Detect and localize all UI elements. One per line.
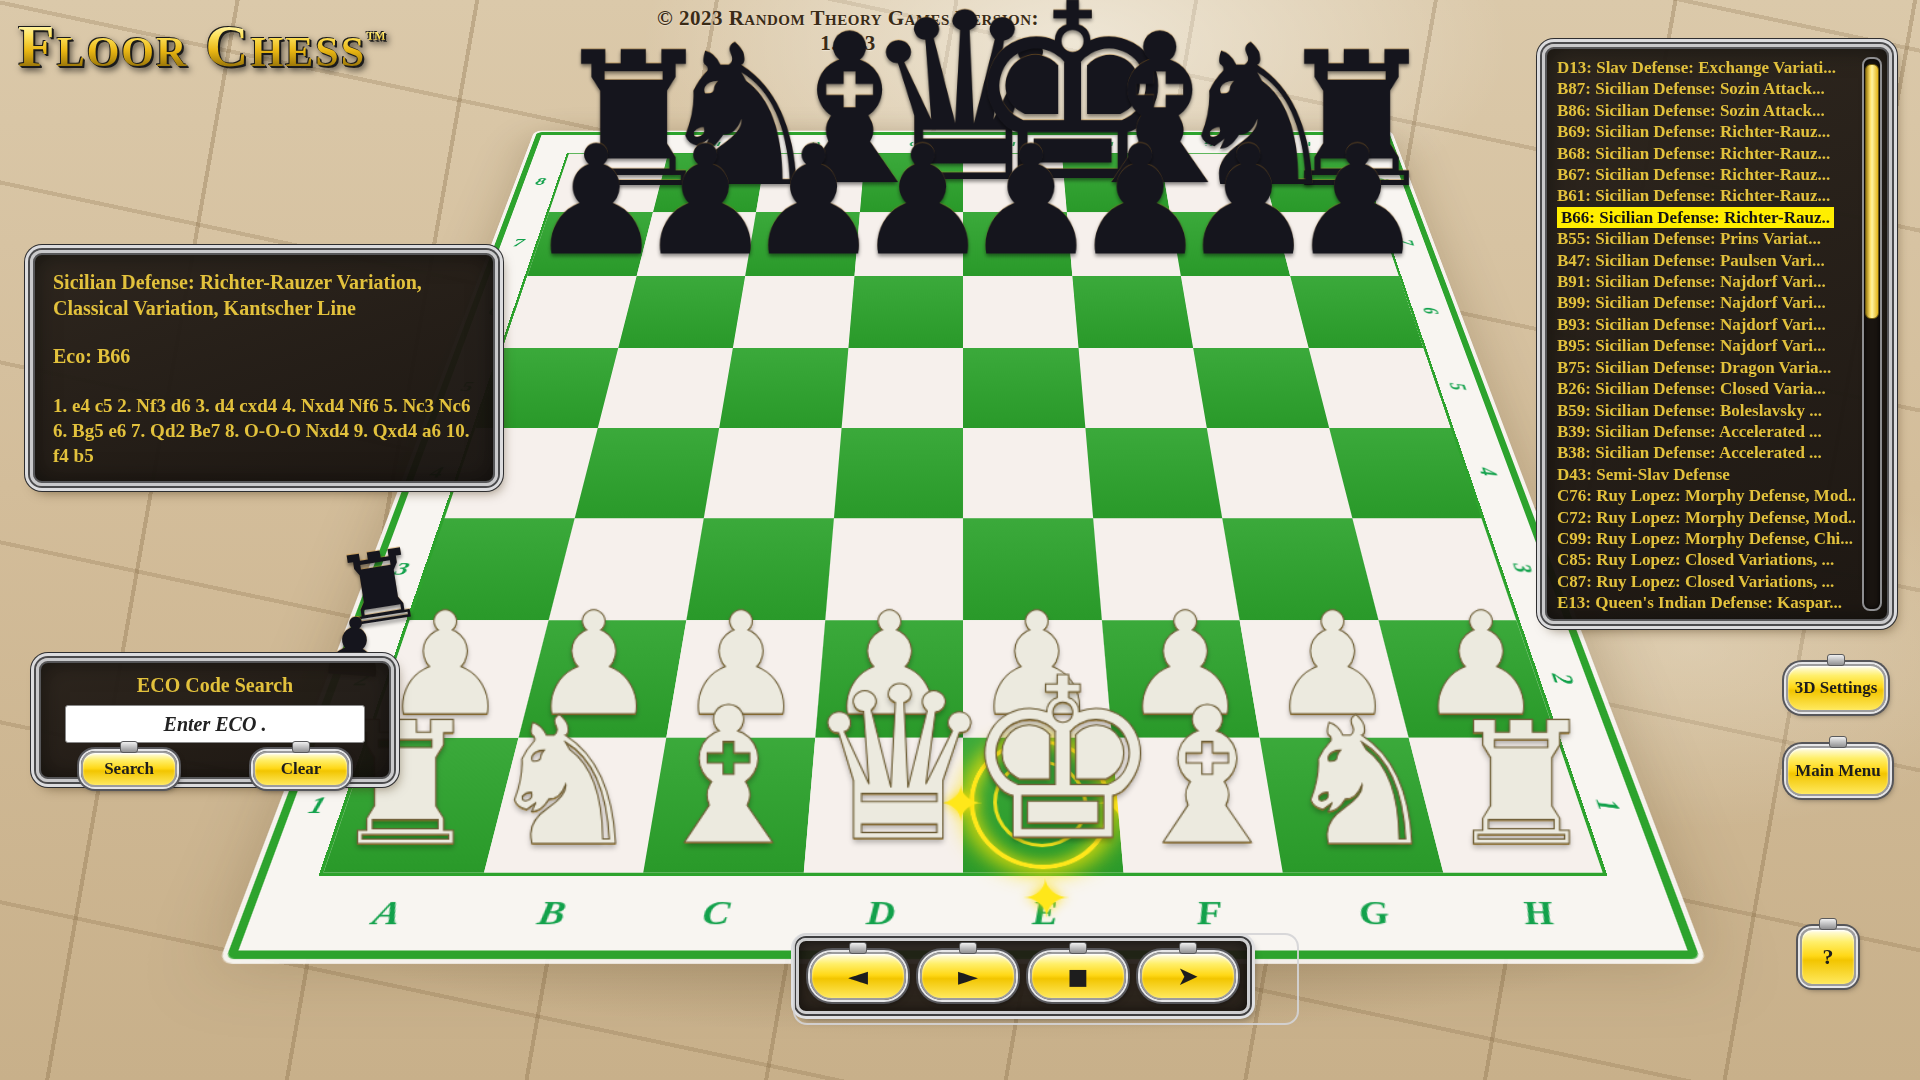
app-logo: Floor Chess™ [18, 16, 386, 76]
scrollbar-track[interactable] [1862, 57, 1882, 611]
help-button[interactable]: ? [1800, 928, 1856, 986]
3d-settings-button[interactable]: 3D Settings [1786, 664, 1886, 712]
square-g7[interactable]: ♟ [1170, 212, 1290, 276]
eco-list-item[interactable]: B91: Sicilian Defense: Najdorf Vari... [1557, 271, 1855, 292]
move-playback-bar: ◄►◼➤ [796, 938, 1250, 1014]
rank-label: 5 [1392, 375, 1527, 397]
square-g5[interactable] [1193, 348, 1329, 428]
opening-eco-code: Eco: B66 [53, 343, 475, 369]
white-knight[interactable]: ♞ [1282, 699, 1441, 867]
square-h4[interactable] [1329, 428, 1482, 518]
file-label: G [1158, 138, 1259, 151]
eco-search-title: ECO Code Search [39, 673, 391, 697]
square-b4[interactable] [574, 428, 719, 518]
square-a7[interactable]: ♟ [527, 212, 652, 276]
black-pawn[interactable]: ♟ [746, 129, 855, 273]
file-label: C [765, 138, 865, 151]
eco-openings-list: D13: Slav Defense: Exchange Variati...B8… [1557, 57, 1855, 614]
opening-info-panel: Sicilian Defense: Richter-Rauzer Variati… [30, 250, 498, 486]
eco-list-item[interactable]: B61: Sicilian Defense: Richter-Rauz... [1557, 185, 1855, 206]
eco-list-item[interactable]: B47: Sicilian Defense: Paulsen Vari... [1557, 250, 1855, 271]
black-pawn[interactable]: ♟ [1289, 129, 1398, 273]
eco-list-item[interactable]: B55: Sicilian Defense: Prins Variat... [1557, 228, 1855, 249]
square-g4[interactable] [1207, 428, 1352, 518]
black-pawn[interactable]: ♟ [637, 129, 746, 273]
square-c5[interactable] [719, 348, 848, 428]
eco-list-item[interactable]: B67: Sicilian Defense: Richter-Rauz... [1557, 164, 1855, 185]
black-pawn[interactable]: ♟ [1072, 129, 1181, 273]
file-label: E [963, 880, 1130, 945]
eco-search-input[interactable] [65, 705, 365, 743]
main-menu-button[interactable]: Main Menu [1786, 746, 1890, 796]
eco-list-item[interactable]: D13: Slav Defense: Exchange Variati... [1557, 57, 1855, 78]
file-label: H [1256, 138, 1358, 151]
eco-list-item[interactable]: B86: Sicilian Defense: Sozin Attack... [1557, 100, 1855, 121]
black-pawn[interactable]: ♟ [963, 129, 1072, 273]
square-f6[interactable] [1072, 276, 1193, 348]
eco-list-item[interactable]: B26: Sicilian Defense: Closed Varia... [1557, 378, 1855, 399]
square-c7[interactable]: ♟ [745, 212, 859, 276]
white-bishop[interactable]: ♝ [644, 687, 803, 866]
rank-label: 8 [1329, 173, 1443, 189]
file-label: D [796, 880, 963, 945]
eco-list-item[interactable]: B75: Sicilian Defense: Dragon Varia... [1557, 357, 1855, 378]
play-forward-button[interactable]: ► [920, 952, 1016, 1000]
black-pawn[interactable]: ♟ [1180, 129, 1289, 273]
step-forward-button[interactable]: ➤ [1140, 952, 1236, 1000]
clear-button[interactable]: Clear [253, 751, 349, 787]
rank-label: 6 [1368, 301, 1495, 321]
eco-list-item[interactable]: B39: Sicilian Defense: Accelerated ... [1557, 421, 1855, 442]
white-rook[interactable]: ♜ [1441, 705, 1600, 867]
file-label: F [1061, 138, 1161, 151]
black-pawn[interactable]: ♟ [528, 129, 637, 273]
square-f4[interactable] [1085, 428, 1222, 518]
stop-button[interactable]: ◼ [1030, 952, 1126, 1000]
file-label: A [568, 138, 670, 151]
eco-list-item[interactable]: C87: Ruy Lopez: Closed Variations, ... [1557, 571, 1855, 592]
file-label: E [963, 138, 1062, 151]
square-g1[interactable]: ♞ [1260, 737, 1443, 872]
scrollbar-thumb[interactable] [1865, 64, 1879, 319]
eco-list-item[interactable]: C76: Ruy Lopez: Morphy Defense, Mod.. [1557, 485, 1855, 506]
eco-list-item[interactable]: B68: Sicilian Defense: Richter-Rauz... [1557, 143, 1855, 164]
square-f1[interactable]: ♝ [1111, 737, 1282, 872]
eco-list-item[interactable]: C99: Ruy Lopez: Morphy Defense, Chi... [1557, 528, 1855, 549]
file-label: B [667, 138, 768, 151]
search-button[interactable]: Search [81, 751, 177, 787]
file-labels-far: ABCDEFGH [568, 138, 1358, 151]
white-knight[interactable]: ♞ [485, 699, 644, 867]
file-label: B [462, 880, 640, 945]
eco-list-item[interactable]: B87: Sicilian Defense: Sozin Attack... [1557, 78, 1855, 99]
step-back-button[interactable]: ◄ [810, 952, 906, 1000]
opening-title: Sicilian Defense: Richter-Rauzer Variati… [53, 269, 475, 321]
white-queen[interactable]: ♛ [804, 665, 963, 866]
square-e5[interactable] [963, 348, 1085, 428]
square-e7[interactable]: ♟ [963, 212, 1072, 276]
square-d5[interactable] [841, 348, 963, 428]
square-f5[interactable] [1078, 348, 1207, 428]
eco-list-item[interactable]: B99: Sicilian Defense: Najdorf Vari... [1557, 292, 1855, 313]
eco-search-panel: ECO Code Search Search Clear [36, 658, 394, 782]
eco-list-item[interactable]: D43: Semi-Slav Defense [1557, 464, 1855, 485]
square-b1[interactable]: ♞ [483, 737, 666, 872]
eco-list-item[interactable]: E13: Queen's Indian Defense: Kaspar... [1557, 592, 1855, 613]
file-label: D [864, 138, 963, 151]
square-c1[interactable]: ♝ [643, 737, 814, 872]
square-e4[interactable] [963, 428, 1093, 518]
eco-list-item[interactable]: B59: Sicilian Defense: Boleslavsky ... [1557, 400, 1855, 421]
square-d7[interactable]: ♟ [854, 212, 963, 276]
square-g6[interactable] [1181, 276, 1308, 348]
eco-list-item[interactable]: B95: Sicilian Defense: Najdorf Vari... [1557, 335, 1855, 356]
white-bishop[interactable]: ♝ [1122, 687, 1281, 866]
square-d6[interactable] [848, 276, 963, 348]
file-label: F [1125, 880, 1298, 945]
file-labels-near: ABCDEFGH [294, 880, 1631, 945]
square-c6[interactable] [733, 276, 854, 348]
square-b5[interactable] [597, 348, 733, 428]
square-b6[interactable] [618, 276, 745, 348]
square-a6[interactable] [503, 276, 636, 348]
file-label: G [1286, 880, 1464, 945]
eco-list-item[interactable]: B69: Sicilian Defense: Richter-Rauz... [1557, 121, 1855, 142]
file-label: A [294, 880, 478, 945]
black-pawn[interactable]: ♟ [854, 129, 963, 273]
eco-list-item[interactable]: B38: Sicilian Defense: Accelerated ... [1557, 442, 1855, 463]
eco-list-item[interactable]: B93: Sicilian Defense: Najdorf Vari... [1557, 314, 1855, 335]
square-c4[interactable] [704, 428, 841, 518]
square-d1[interactable]: ♛ [803, 737, 963, 872]
trademark-symbol: ™ [366, 27, 386, 49]
square-f7[interactable]: ♟ [1066, 212, 1180, 276]
opening-move-list: 1. e4 c5 2. Nf3 d6 3. d4 cxd4 4. Nxd4 Nf… [53, 393, 475, 468]
eco-openings-list-panel: D13: Slav Defense: Exchange Variati...B8… [1542, 44, 1892, 624]
eco-list-item[interactable]: C85: Ruy Lopez: Closed Variations, ... [1557, 549, 1855, 570]
file-label: C [629, 880, 802, 945]
square-e6[interactable] [963, 276, 1078, 348]
file-label: H [1448, 880, 1632, 945]
rank-label: 7 [1348, 234, 1468, 252]
square-d4[interactable] [833, 428, 963, 518]
eco-list-item[interactable]: C72: Ruy Lopez: Morphy Defense, Mod... [1557, 507, 1855, 528]
square-b7[interactable]: ♟ [636, 212, 756, 276]
eco-list-item-selected[interactable]: B66: Sicilian Defense: Richter-Rauz.. [1557, 207, 1834, 228]
